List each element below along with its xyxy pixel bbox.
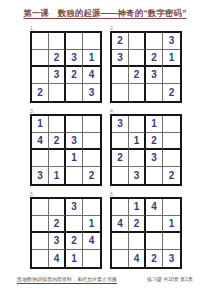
board-3: 14231312 [30, 114, 102, 186]
cell-r1c1 [32, 199, 49, 216]
cell-r4c3: 2 [146, 250, 163, 267]
cell-r1c4 [83, 33, 100, 50]
cell-r4c3 [66, 167, 83, 184]
cell-r3c2: 3 [49, 67, 66, 84]
cell-r3c1 [112, 67, 129, 84]
cell-r3c1 [112, 233, 129, 250]
cell-r3c4 [83, 150, 100, 167]
puzzle-5: 5、 32132441 [30, 191, 102, 269]
cell-r3c3: 3 [146, 150, 163, 167]
cell-r4c2: 4 [49, 250, 66, 267]
cell-r2c2 [129, 50, 146, 67]
cell-r4c4: 3 [163, 250, 180, 267]
cell-r2c2: 2 [49, 216, 66, 233]
cell-r1c4 [163, 116, 180, 133]
cell-r1c1 [112, 199, 129, 216]
cell-r3c3: 3 [146, 67, 163, 84]
cell-r4c2 [129, 84, 146, 101]
cell-r2c1 [32, 50, 49, 67]
cell-r1c3 [66, 116, 83, 133]
cell-r1c4 [83, 116, 100, 133]
cell-r2c2: 2 [49, 133, 66, 150]
cell-r3c4 [163, 67, 180, 84]
page-footer: 凯迪数独训练营内部资料，未经允许禁止传播 练习题 共10页 第1页 [0, 276, 210, 282]
cell-r1c2 [49, 116, 66, 133]
puzzle-4: 4、 31122332 [110, 108, 182, 186]
cell-r2c3: 3 [66, 50, 83, 67]
cell-r2c3: 2 [146, 133, 163, 150]
cell-r2c1 [32, 216, 49, 233]
cell-r2c3: 2 [146, 50, 163, 67]
cell-r2c1: 3 [112, 50, 129, 67]
page-title: 第一课 数独的起源——神奇的“数字密码” [0, 8, 210, 19]
board-1: 23132423 [30, 31, 102, 103]
cell-r3c3: 2 [66, 67, 83, 84]
puzzle-grid-area: 1、 23132423 2、 23321232 3、 14231312 4、 3… [30, 25, 182, 269]
cell-r2c2: 2 [129, 216, 146, 233]
cell-r2c4: 1 [83, 50, 100, 67]
cell-r4c3 [146, 84, 163, 101]
cell-r3c4: 4 [83, 233, 100, 250]
cell-r3c3 [146, 233, 163, 250]
cell-r2c3 [66, 216, 83, 233]
footer-copyright-note: 凯迪数独训练营内部资料，未经允许禁止传播 [17, 276, 117, 282]
cell-r4c1: 3 [32, 167, 49, 184]
cell-r1c4 [163, 199, 180, 216]
cell-r3c2: 2 [129, 67, 146, 84]
cell-r1c1: 1 [32, 116, 49, 133]
cell-r3c1: 2 [112, 150, 129, 167]
cell-r2c4: 1 [83, 216, 100, 233]
cell-r4c3 [146, 167, 163, 184]
cell-r4c2: 3 [129, 167, 146, 184]
cell-r1c2 [129, 33, 146, 50]
cell-r4c1 [112, 250, 129, 267]
cell-r4c4: 2 [163, 167, 180, 184]
cell-r3c2 [49, 150, 66, 167]
cell-r1c3 [146, 33, 163, 50]
cell-r2c2: 1 [129, 133, 146, 150]
cell-r2c4 [163, 133, 180, 150]
board-4: 31122332 [110, 114, 182, 186]
cell-r4c4: 2 [163, 84, 180, 101]
cell-r3c3: 2 [66, 233, 83, 250]
cell-r4c1: 2 [32, 84, 49, 101]
cell-r3c2 [129, 150, 146, 167]
cell-r4c3: 1 [66, 250, 83, 267]
cell-r1c2 [49, 33, 66, 50]
puzzle-1: 1、 23132423 [30, 25, 102, 103]
cell-r1c1 [32, 33, 49, 50]
cell-r3c4 [163, 233, 180, 250]
cell-r4c4: 2 [83, 167, 100, 184]
cell-r1c2 [49, 199, 66, 216]
cell-r4c1 [112, 84, 129, 101]
cell-r1c4 [83, 199, 100, 216]
cell-r4c2: 1 [49, 167, 66, 184]
cell-r2c3: 3 [66, 133, 83, 150]
cell-r3c3: 1 [66, 150, 83, 167]
cell-r3c2: 3 [49, 233, 66, 250]
puzzle-6: 6、 14421423 [110, 191, 182, 269]
cell-r1c3: 4 [146, 199, 163, 216]
cell-r1c1: 3 [112, 116, 129, 133]
board-2: 23321232 [110, 31, 182, 103]
cell-r4c2 [49, 84, 66, 101]
cell-r4c4 [83, 250, 100, 267]
cell-r1c3: 3 [66, 199, 83, 216]
cell-r3c1 [32, 150, 49, 167]
footer-page-number: 练习题 共10页 第1页 [147, 276, 193, 282]
cell-r4c1 [32, 250, 49, 267]
cell-r4c1 [112, 167, 129, 184]
cell-r1c1: 2 [112, 33, 129, 50]
cell-r3c4 [163, 150, 180, 167]
cell-r3c1 [32, 67, 49, 84]
cell-r2c1 [112, 133, 129, 150]
puzzle-2: 2、 23321232 [110, 25, 182, 103]
cell-r2c1: 4 [32, 133, 49, 150]
cell-r4c4: 3 [83, 84, 100, 101]
cell-r1c4: 3 [163, 33, 180, 50]
worksheet-page: 第一课 数独的起源——神奇的“数字密码” 1、 23132423 2、 2332… [0, 0, 210, 297]
cell-r1c2 [129, 116, 146, 133]
cell-r2c4: 1 [163, 216, 180, 233]
board-6: 14421423 [110, 197, 182, 269]
cell-r4c3 [66, 84, 83, 101]
cell-r2c3 [146, 216, 163, 233]
cell-r3c1 [32, 233, 49, 250]
cell-r2c4 [83, 133, 100, 150]
cell-r1c3: 1 [146, 116, 163, 133]
puzzle-3: 3、 14231312 [30, 108, 102, 186]
cell-r2c1: 4 [112, 216, 129, 233]
cell-r3c2 [129, 233, 146, 250]
board-5: 32132441 [30, 197, 102, 269]
cell-r4c2: 4 [129, 250, 146, 267]
cell-r1c2: 1 [129, 199, 146, 216]
cell-r2c2: 2 [49, 50, 66, 67]
cell-r3c4: 4 [83, 67, 100, 84]
cell-r1c3 [66, 33, 83, 50]
cell-r2c4: 1 [163, 50, 180, 67]
